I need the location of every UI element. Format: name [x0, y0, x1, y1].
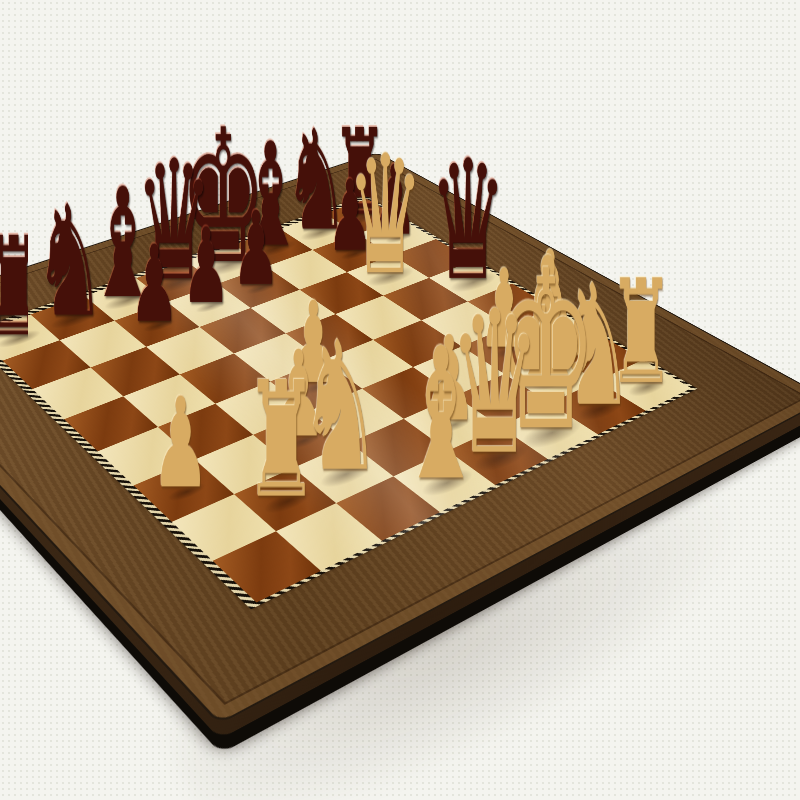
piece-shadow	[46, 307, 103, 333]
piece-white-rook-b2: ♜	[216, 362, 347, 522]
product-photo-scene: ♜♞♝♛♚♝♞♜♟♟♟♟♟♛♝♛♚♞♜♜♞♟♝♟♟♟♟♟♛	[0, 0, 800, 800]
piece-shadow	[382, 231, 416, 245]
piece-shadow	[192, 298, 230, 315]
piece-shadow	[0, 327, 45, 351]
piece-white-bishop-d1: ♝	[377, 325, 506, 507]
piece-shadow	[343, 208, 386, 226]
piece-shadow	[249, 238, 301, 260]
piece-shadow	[139, 317, 178, 335]
piece-shadow	[193, 251, 261, 280]
piece-shadow	[99, 288, 155, 313]
piece-shadow	[337, 247, 372, 262]
piece-shadow	[295, 222, 345, 243]
piece-shadow	[361, 263, 420, 289]
